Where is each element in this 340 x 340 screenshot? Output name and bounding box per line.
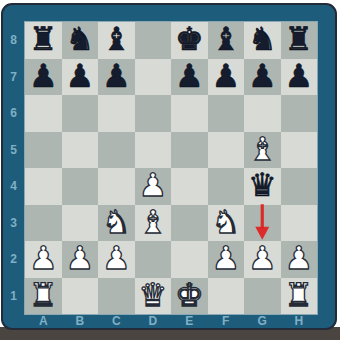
square-f2[interactable]: ♟: [208, 241, 245, 278]
square-a6[interactable]: [25, 95, 62, 132]
square-g2[interactable]: ♟: [244, 241, 281, 278]
black-pawn[interactable]: ♟: [211, 60, 240, 92]
file-label-d: D: [135, 314, 172, 328]
file-label-b: B: [62, 314, 99, 328]
square-g1[interactable]: [244, 278, 281, 315]
white-rook[interactable]: ♜: [284, 279, 313, 311]
white-queen[interactable]: ♛: [138, 279, 167, 311]
square-g8[interactable]: ♞: [244, 22, 281, 59]
square-c2[interactable]: ♟: [98, 241, 135, 278]
black-rook[interactable]: ♜: [29, 23, 58, 55]
square-a8[interactable]: ♜: [25, 22, 62, 59]
square-e1[interactable]: ♚: [171, 278, 208, 315]
square-a5[interactable]: [25, 132, 62, 169]
square-e5[interactable]: [171, 132, 208, 169]
square-d2[interactable]: [135, 241, 172, 278]
square-c7[interactable]: ♟: [98, 59, 135, 96]
square-h7[interactable]: ♟: [281, 59, 318, 96]
square-d1[interactable]: ♛: [135, 278, 172, 315]
square-h5[interactable]: [281, 132, 318, 169]
square-a4[interactable]: [25, 168, 62, 205]
square-c6[interactable]: [98, 95, 135, 132]
white-bishop[interactable]: ♝: [248, 133, 277, 165]
square-g4[interactable]: ♛: [244, 168, 281, 205]
square-g3[interactable]: [244, 205, 281, 242]
square-f4[interactable]: [208, 168, 245, 205]
square-f6[interactable]: [208, 95, 245, 132]
square-h2[interactable]: ♟: [281, 241, 318, 278]
white-pawn[interactable]: ♟: [29, 242, 58, 274]
square-a1[interactable]: ♜: [25, 278, 62, 315]
rank-labels: 87654321: [3, 22, 24, 314]
square-a3[interactable]: [25, 205, 62, 242]
file-label-a: A: [25, 314, 62, 328]
square-e4[interactable]: [171, 168, 208, 205]
white-bishop[interactable]: ♝: [138, 206, 167, 238]
rank-label-3: 3: [3, 205, 24, 242]
square-f5[interactable]: [208, 132, 245, 169]
square-c1[interactable]: [98, 278, 135, 315]
square-c8[interactable]: ♝: [98, 22, 135, 59]
square-b5[interactable]: [62, 132, 99, 169]
file-label-f: F: [208, 314, 245, 328]
file-label-e: E: [171, 314, 208, 328]
black-knight[interactable]: ♞: [65, 23, 94, 55]
square-g7[interactable]: ♟: [244, 59, 281, 96]
white-pawn[interactable]: ♟: [284, 242, 313, 274]
square-h6[interactable]: [281, 95, 318, 132]
square-d3[interactable]: ♝: [135, 205, 172, 242]
black-rook[interactable]: ♜: [284, 23, 313, 55]
white-pawn[interactable]: ♟: [102, 242, 131, 274]
white-knight[interactable]: ♞: [211, 206, 240, 238]
chess-board[interactable]: ♜♞♝♚♝♞♜♟♟♟♟♟♟♟♝♟♛♞♝♞♟♟♟♟♟♟♜♛♚♜: [25, 22, 317, 314]
square-d6[interactable]: [135, 95, 172, 132]
square-h4[interactable]: [281, 168, 318, 205]
file-label-h: H: [281, 314, 318, 328]
square-c5[interactable]: [98, 132, 135, 169]
square-e3[interactable]: [171, 205, 208, 242]
rank-label-5: 5: [3, 132, 24, 169]
white-king[interactable]: ♚: [175, 279, 204, 311]
white-pawn[interactable]: ♟: [248, 242, 277, 274]
black-pawn[interactable]: ♟: [284, 60, 313, 92]
square-e2[interactable]: [171, 241, 208, 278]
black-queen[interactable]: ♛: [248, 169, 277, 201]
square-e6[interactable]: [171, 95, 208, 132]
square-a7[interactable]: ♟: [25, 59, 62, 96]
black-pawn[interactable]: ♟: [102, 60, 131, 92]
rank-label-4: 4: [3, 168, 24, 205]
square-b6[interactable]: [62, 95, 99, 132]
black-knight[interactable]: ♞: [248, 23, 277, 55]
rank-label-6: 6: [3, 95, 24, 132]
square-c3[interactable]: ♞: [98, 205, 135, 242]
square-d4[interactable]: ♟: [135, 168, 172, 205]
black-pawn[interactable]: ♟: [248, 60, 277, 92]
square-f1[interactable]: [208, 278, 245, 315]
square-d7[interactable]: [135, 59, 172, 96]
square-f3[interactable]: ♞: [208, 205, 245, 242]
square-b7[interactable]: ♟: [62, 59, 99, 96]
black-king[interactable]: ♚: [175, 23, 204, 55]
square-e7[interactable]: ♟: [171, 59, 208, 96]
square-h8[interactable]: ♜: [281, 22, 318, 59]
square-a2[interactable]: ♟: [25, 241, 62, 278]
square-f7[interactable]: ♟: [208, 59, 245, 96]
page-background: 87654321 ABCDEFGH ♜♞♝♚♝♞♜♟♟♟♟♟♟♟♝♟♛♞♝♞♟♟…: [0, 0, 340, 340]
square-b1[interactable]: [62, 278, 99, 315]
white-knight[interactable]: ♞: [102, 206, 131, 238]
black-pawn[interactable]: ♟: [65, 60, 94, 92]
square-c4[interactable]: [98, 168, 135, 205]
square-g6[interactable]: [244, 95, 281, 132]
white-pawn[interactable]: ♟: [211, 242, 240, 274]
file-label-g: G: [244, 314, 281, 328]
rank-label-8: 8: [3, 22, 24, 59]
black-bishop[interactable]: ♝: [211, 23, 240, 55]
black-pawn[interactable]: ♟: [29, 60, 58, 92]
square-b2[interactable]: ♟: [62, 241, 99, 278]
square-d5[interactable]: [135, 132, 172, 169]
square-d8[interactable]: [135, 22, 172, 59]
square-h1[interactable]: ♜: [281, 278, 318, 315]
white-rook[interactable]: ♜: [29, 279, 58, 311]
rank-label-1: 1: [3, 278, 24, 315]
square-b3[interactable]: [62, 205, 99, 242]
black-pawn[interactable]: ♟: [175, 60, 204, 92]
square-e8[interactable]: ♚: [171, 22, 208, 59]
black-bishop[interactable]: ♝: [102, 23, 131, 55]
chess-board-panel: 87654321 ABCDEFGH ♜♞♝♚♝♞♜♟♟♟♟♟♟♟♝♟♛♞♝♞♟♟…: [1, 3, 337, 330]
square-g5[interactable]: ♝: [244, 132, 281, 169]
rank-label-7: 7: [3, 59, 24, 96]
rank-label-2: 2: [3, 241, 24, 278]
square-f8[interactable]: ♝: [208, 22, 245, 59]
square-h3[interactable]: [281, 205, 318, 242]
white-pawn[interactable]: ♟: [65, 242, 94, 274]
file-labels: ABCDEFGH: [25, 314, 317, 328]
file-label-c: C: [98, 314, 135, 328]
square-b4[interactable]: [62, 168, 99, 205]
square-b8[interactable]: ♞: [62, 22, 99, 59]
white-pawn[interactable]: ♟: [138, 169, 167, 201]
